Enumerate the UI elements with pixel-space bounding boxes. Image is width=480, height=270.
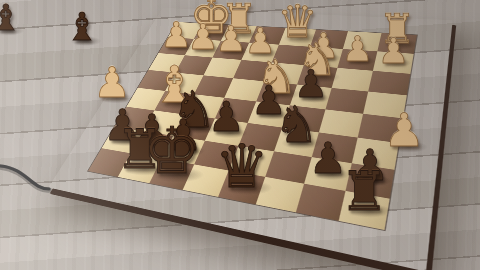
pieces-layer: ♜♛♚♜♟♟♟♟♟♞♟♞♟♝♟♞♞♟♟♟♟♟♟♟♜♛♜♚♝♝♟♟ <box>0 0 480 270</box>
black-bishop-captured[interactable]: ♝ <box>65 8 99 46</box>
chess-photo-scene: ♜♛♚♜♟♟♟♟♟♞♟♞♟♝♟♞♞♟♟♟♟♟♟♟♜♛♜♚♝♝♟♟ <box>0 0 480 270</box>
white-pawn-b2[interactable]: ♟ <box>342 30 373 65</box>
black-queen-d8[interactable]: ♛ <box>215 137 269 197</box>
black-king-f8[interactable]: ♚ <box>143 120 200 184</box>
black-rook-a8[interactable]: ♜ <box>340 164 389 218</box>
white-pawn-f2[interactable]: ♟ <box>215 21 246 56</box>
white-pawn-g2[interactable]: ♟ <box>187 18 218 53</box>
black-bishop-captured[interactable]: ♝ <box>0 0 22 36</box>
white-pawn-captured[interactable]: ♟ <box>93 62 131 104</box>
white-pawn-a2[interactable]: ♟ <box>378 33 409 68</box>
white-pawn-captured[interactable]: ♟ <box>383 107 424 153</box>
